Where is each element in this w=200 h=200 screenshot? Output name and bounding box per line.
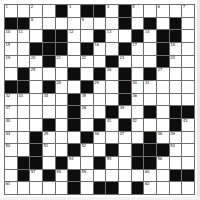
black-cell-r14c14 [170, 170, 182, 182]
white-cell-r13c4[interactable] [43, 157, 55, 169]
white-cell-r8c9[interactable] [106, 94, 118, 106]
black-cell-r13c2 [18, 157, 30, 169]
clue-number: 41 [107, 119, 112, 123]
white-cell-r2c8[interactable] [94, 18, 106, 30]
white-cell-r13c9[interactable]: 55 [106, 157, 118, 169]
clue-number: 22 [82, 56, 87, 60]
black-cell-r3c4 [43, 30, 55, 42]
white-cell-r15c3[interactable] [30, 182, 42, 194]
black-cell-r1c7 [81, 5, 93, 17]
white-cell-r11c15[interactable] [182, 132, 194, 144]
white-cell-r3c2[interactable]: 11 [18, 30, 30, 42]
clue-number: 10 [6, 30, 11, 34]
black-cell-r12c6 [68, 144, 80, 156]
white-cell-r2c4[interactable] [43, 18, 55, 30]
clue-number: 59 [82, 170, 87, 174]
white-cell-r15c2[interactable] [18, 182, 30, 194]
black-cell-r2c12 [144, 18, 156, 30]
clue-number: 25 [31, 68, 36, 72]
white-cell-r4c1[interactable]: 15 [5, 43, 17, 55]
white-cell-r9c10[interactable]: 39 [119, 106, 131, 118]
white-cell-r12c5[interactable] [56, 144, 68, 156]
white-cell-r9c1[interactable]: 37 [5, 106, 17, 118]
white-cell-r4c2[interactable] [18, 43, 30, 55]
white-cell-r6c4[interactable] [43, 68, 55, 80]
white-cell-r5c7[interactable]: 22 [81, 56, 93, 68]
white-cell-r11c4[interactable]: 45 [43, 132, 55, 144]
black-cell-r8c6 [68, 94, 80, 106]
white-cell-r4c15[interactable] [182, 43, 194, 55]
white-cell-r11c5[interactable] [56, 132, 68, 144]
clue-number: 38 [82, 106, 87, 110]
clue-number: 49 [170, 132, 175, 136]
white-cell-r3c1[interactable]: 10 [5, 30, 17, 42]
white-cell-r1c4[interactable] [43, 5, 55, 17]
black-cell-r7c2 [18, 81, 30, 93]
clue-number: 17 [132, 43, 137, 47]
white-cell-r7c9[interactable] [106, 81, 118, 93]
clue-number: 54 [69, 157, 74, 161]
black-cell-r5c13 [157, 56, 169, 68]
black-cell-r15c8 [94, 182, 106, 194]
black-cell-r7c10 [119, 81, 131, 93]
white-cell-r1c12[interactable] [144, 5, 156, 17]
white-cell-r3c12[interactable]: 14 [144, 30, 156, 42]
black-cell-r11c7 [81, 132, 93, 144]
clue-number: 61 [6, 182, 11, 186]
black-cell-r11c3 [30, 132, 42, 144]
white-cell-r5c8[interactable] [94, 56, 106, 68]
white-cell-r9c8[interactable] [94, 106, 106, 118]
white-cell-r6c1[interactable] [5, 68, 17, 80]
clue-number: 40 [6, 119, 11, 123]
white-cell-r1c3[interactable]: 2 [30, 5, 42, 17]
black-cell-r4c7 [81, 43, 93, 55]
clue-number: 55 [107, 157, 112, 161]
crossword-grid: 1234567891011121314151617181920212223242… [4, 4, 195, 195]
clue-number: 62 [145, 182, 150, 186]
black-cell-r9c9 [106, 106, 118, 118]
clue-number: 39 [120, 106, 125, 110]
clue-number: 50 [6, 144, 11, 148]
white-cell-r11c9[interactable] [106, 132, 118, 144]
white-cell-r4c14[interactable]: 18 [170, 43, 182, 55]
white-cell-r12c10[interactable] [119, 144, 131, 156]
black-cell-r14c6 [68, 170, 80, 182]
black-cell-r3c5 [56, 30, 68, 42]
black-cell-r3c11 [132, 30, 144, 42]
white-cell-r6c15[interactable] [182, 68, 194, 80]
white-cell-r11c2[interactable] [18, 132, 30, 144]
white-cell-r3c9[interactable]: 13 [106, 30, 118, 42]
black-cell-r1c8 [94, 5, 106, 17]
clue-number: 32 [6, 94, 11, 98]
clue-number: 35 [82, 94, 87, 98]
white-cell-r14c1[interactable] [5, 170, 17, 182]
white-cell-r7c12[interactable]: 31 [144, 81, 156, 93]
white-cell-r10c3[interactable] [30, 119, 42, 131]
white-cell-r15c15[interactable] [182, 182, 194, 194]
white-cell-r14c10[interactable] [119, 170, 131, 182]
black-cell-r14c15 [182, 170, 194, 182]
black-cell-r4c10 [119, 43, 131, 55]
clue-number: 2 [31, 5, 33, 9]
white-cell-r13c15[interactable] [182, 157, 194, 169]
white-cell-r4c12[interactable] [144, 43, 156, 55]
black-cell-r9c6 [68, 106, 80, 118]
clue-number: 44 [6, 132, 11, 136]
black-cell-r6c10 [119, 68, 131, 80]
white-cell-r5c1[interactable]: 19 [5, 56, 17, 68]
clue-number: 30 [132, 81, 137, 85]
black-cell-r1c5 [56, 5, 68, 17]
black-cell-r2c2 [18, 18, 30, 30]
white-cell-r4c8[interactable]: 16 [94, 43, 106, 55]
white-cell-r11c1[interactable]: 44 [5, 132, 17, 144]
white-cell-r8c14[interactable] [170, 94, 182, 106]
white-cell-r11c10[interactable]: 47 [119, 132, 131, 144]
white-cell-r14c11[interactable] [132, 170, 144, 182]
clue-number: 46 [94, 132, 99, 136]
black-cell-r9c12 [144, 106, 156, 118]
black-cell-r10c8 [94, 119, 106, 131]
white-cell-r12c1[interactable]: 50 [5, 144, 17, 156]
white-cell-r5c3[interactable]: 20 [30, 56, 42, 68]
clue-number: 53 [170, 144, 175, 148]
white-cell-r5c15[interactable] [182, 56, 194, 68]
clue-number: 36 [132, 94, 137, 98]
white-cell-r6c5[interactable] [56, 68, 68, 80]
clue-number: 14 [145, 30, 150, 34]
white-cell-r10c15[interactable]: 43 [182, 119, 194, 131]
white-cell-r6c14[interactable] [170, 68, 182, 80]
clue-number: 23 [120, 56, 125, 60]
black-cell-r4c5 [56, 43, 68, 55]
black-cell-r6c8 [94, 68, 106, 80]
white-cell-r9c2[interactable] [18, 106, 30, 118]
white-cell-r5c2[interactable] [18, 56, 30, 68]
clue-number: 18 [170, 43, 175, 47]
white-cell-r12c7[interactable]: 52 [81, 144, 93, 156]
clue-number: 56 [158, 157, 163, 161]
white-cell-r11c14[interactable]: 49 [170, 132, 182, 144]
clue-number: 28 [56, 81, 61, 85]
white-cell-r14c12[interactable]: 60 [144, 170, 156, 182]
white-cell-r4c9[interactable] [106, 43, 118, 55]
white-cell-r7c5[interactable]: 28 [56, 81, 68, 93]
black-cell-r15c11 [132, 182, 144, 194]
black-cell-r12c9 [106, 144, 118, 156]
white-cell-r5c11[interactable] [132, 56, 144, 68]
clue-number: 1 [6, 5, 8, 9]
white-cell-r8c5[interactable] [56, 94, 68, 106]
white-cell-r14c5[interactable]: 58 [56, 170, 68, 182]
white-cell-r3c10[interactable] [119, 30, 131, 42]
black-cell-r15c6 [68, 182, 80, 194]
black-cell-r10c10 [119, 119, 131, 131]
white-cell-r4c6[interactable] [68, 43, 80, 55]
black-cell-r7c4 [43, 81, 55, 93]
white-cell-r11c6[interactable] [68, 132, 80, 144]
clue-number: 5 [132, 5, 134, 9]
clue-number: 13 [107, 30, 112, 34]
black-cell-r14c2 [18, 170, 30, 182]
white-cell-r2c15[interactable] [182, 18, 194, 30]
black-cell-r10c14 [170, 119, 182, 131]
clue-number: 3 [69, 5, 71, 9]
black-cell-r6c12 [144, 68, 156, 80]
white-cell-r10c11[interactable]: 42 [132, 119, 144, 131]
crossword-page: 1234567891011121314151617181920212223242… [0, 0, 200, 200]
white-cell-r15c13[interactable] [157, 182, 169, 194]
white-cell-r6c7[interactable] [81, 68, 93, 80]
clue-number: 11 [18, 30, 23, 34]
black-cell-r3c13 [157, 30, 169, 42]
black-cell-r2c1 [5, 18, 17, 30]
clue-number: 27 [158, 68, 163, 72]
black-cell-r12c3 [30, 144, 42, 156]
clue-number: 8 [31, 18, 33, 22]
clue-number: 57 [31, 170, 36, 174]
white-cell-r8c2[interactable]: 33 [18, 94, 30, 106]
white-cell-r8c11[interactable]: 36 [132, 94, 144, 106]
black-cell-r10c4 [43, 119, 55, 131]
clue-number: 7 [183, 5, 185, 9]
black-cell-r13c8 [94, 157, 106, 169]
white-cell-r2c3[interactable]: 8 [30, 18, 42, 30]
black-cell-r6c2 [18, 68, 30, 80]
white-cell-r10c2[interactable] [18, 119, 30, 131]
black-cell-r13c3 [30, 157, 42, 169]
white-cell-r9c7[interactable]: 38 [81, 106, 93, 118]
white-cell-r15c12[interactable]: 62 [144, 182, 156, 194]
black-cell-r11c12 [144, 132, 156, 144]
white-cell-r4c11[interactable]: 17 [132, 43, 144, 55]
white-cell-r8c3[interactable] [30, 94, 42, 106]
white-cell-r9c5[interactable] [56, 106, 68, 118]
black-cell-r13c12 [144, 157, 156, 169]
white-cell-r5c6[interactable] [68, 56, 80, 68]
clue-number: 24 [170, 56, 175, 60]
white-cell-r8c13[interactable] [157, 94, 169, 106]
black-cell-r2c10 [119, 18, 131, 30]
white-cell-r7c15[interactable] [182, 81, 194, 93]
white-cell-r12c14[interactable]: 53 [170, 144, 182, 156]
white-cell-r6c11[interactable] [132, 68, 144, 80]
black-cell-r13c5 [56, 157, 68, 169]
white-cell-r7c11[interactable]: 30 [132, 81, 144, 93]
clue-number: 34 [44, 94, 49, 98]
black-cell-r4c4 [43, 43, 55, 55]
white-cell-r14c3[interactable]: 57 [30, 170, 42, 182]
white-cell-r15c7[interactable] [81, 182, 93, 194]
white-cell-r13c7[interactable] [81, 157, 93, 169]
black-cell-r3c8 [94, 30, 106, 42]
white-cell-r8c4[interactable]: 34 [43, 94, 55, 106]
clue-number: 29 [94, 81, 99, 85]
white-cell-r14c7[interactable]: 59 [81, 170, 93, 182]
white-cell-r7c13[interactable] [157, 81, 169, 93]
clue-number: 16 [94, 43, 99, 47]
white-cell-r13c14[interactable] [170, 157, 182, 169]
clue-number: 42 [132, 119, 137, 123]
white-cell-r10c13[interactable] [157, 119, 169, 131]
clue-number: 58 [56, 170, 61, 174]
white-cell-r5c14[interactable]: 24 [170, 56, 182, 68]
black-cell-r5c9 [106, 56, 118, 68]
black-cell-r1c10 [119, 5, 131, 17]
clue-number: 12 [69, 30, 74, 34]
white-cell-r10c9[interactable]: 41 [106, 119, 118, 131]
white-cell-r13c10[interactable] [119, 157, 131, 169]
white-cell-r1c2[interactable] [18, 5, 30, 17]
white-cell-r14c8[interactable] [94, 170, 106, 182]
white-cell-r6c9[interactable]: 26 [106, 68, 118, 80]
white-cell-r15c14[interactable] [170, 182, 182, 194]
white-cell-r1c9[interactable]: 4 [106, 5, 118, 17]
white-cell-r8c12[interactable] [144, 94, 156, 106]
white-cell-r7c14[interactable] [170, 81, 182, 93]
clue-number: 47 [120, 132, 125, 136]
white-cell-r13c6[interactable]: 54 [68, 157, 80, 169]
white-cell-r2c7[interactable]: 9 [81, 18, 93, 30]
clue-number: 20 [31, 56, 36, 60]
white-cell-r10c1[interactable]: 40 [5, 119, 17, 131]
white-cell-r2c5[interactable] [56, 18, 68, 30]
white-cell-r2c6[interactable] [68, 18, 80, 30]
white-cell-r2c13[interactable] [157, 18, 169, 30]
white-cell-r12c4[interactable]: 51 [43, 144, 55, 156]
black-cell-r9c15 [182, 106, 194, 118]
white-cell-r15c1[interactable]: 61 [5, 182, 17, 194]
clue-number: 9 [82, 18, 84, 22]
clue-number: 45 [44, 132, 49, 136]
white-cell-r8c15[interactable] [182, 94, 194, 106]
clue-number: 15 [6, 43, 11, 47]
white-cell-r5c5[interactable]: 21 [56, 56, 68, 68]
black-cell-r3c14 [170, 30, 182, 42]
white-cell-r7c6[interactable] [68, 81, 80, 93]
clue-number: 21 [56, 56, 61, 60]
white-cell-r2c11[interactable] [132, 18, 144, 30]
black-cell-r7c7 [81, 81, 93, 93]
black-cell-r7c1 [5, 81, 17, 93]
black-cell-r5c4 [43, 56, 55, 68]
white-cell-r12c15[interactable] [182, 144, 194, 156]
clue-number: 51 [44, 144, 49, 148]
white-cell-r10c7[interactable] [81, 119, 93, 131]
white-cell-r5c10[interactable]: 23 [119, 56, 131, 68]
black-cell-r15c9 [106, 182, 118, 194]
white-cell-r12c8[interactable] [94, 144, 106, 156]
white-cell-r15c10[interactable] [119, 182, 131, 194]
white-cell-r1c15[interactable]: 7 [182, 5, 194, 17]
page-edge-right [197, 0, 200, 200]
clue-number: 37 [6, 106, 11, 110]
white-cell-r6c13[interactable]: 27 [157, 68, 169, 80]
white-cell-r3c7[interactable] [81, 30, 93, 42]
black-cell-r6c6 [68, 68, 80, 80]
white-cell-r6c3[interactable]: 25 [30, 68, 42, 80]
clue-number: 52 [82, 144, 87, 148]
black-cell-r12c13 [157, 144, 169, 156]
white-cell-r1c14[interactable] [170, 5, 182, 17]
black-cell-r14c4 [43, 170, 55, 182]
white-cell-r2c9[interactable] [106, 18, 118, 30]
black-cell-r12c12 [144, 144, 156, 156]
white-cell-r1c11[interactable]: 5 [132, 5, 144, 17]
white-cell-r11c11[interactable] [132, 132, 144, 144]
white-cell-r12c2[interactable] [18, 144, 30, 156]
white-cell-r1c6[interactable]: 3 [68, 5, 80, 17]
black-cell-r9c14 [170, 106, 182, 118]
black-cell-r4c13 [157, 43, 169, 55]
white-cell-r11c13[interactable]: 48 [157, 132, 169, 144]
white-cell-r9c4[interactable] [43, 106, 55, 118]
white-cell-r10c5[interactable] [56, 119, 68, 131]
white-cell-r13c1[interactable] [5, 157, 17, 169]
white-cell-r11c8[interactable]: 46 [94, 132, 106, 144]
black-cell-r10c6 [68, 119, 80, 131]
white-cell-r3c3[interactable] [30, 30, 42, 42]
white-cell-r7c8[interactable]: 29 [94, 81, 106, 93]
clue-number: 26 [107, 68, 112, 72]
white-cell-r5c12[interactable] [144, 56, 156, 68]
white-cell-r14c9[interactable] [106, 170, 118, 182]
white-cell-r3c6[interactable]: 12 [68, 30, 80, 42]
clue-number: 33 [18, 94, 23, 98]
clue-number: 48 [158, 132, 163, 136]
black-cell-r8c10 [119, 94, 131, 106]
clue-number: 43 [183, 119, 188, 123]
white-cell-r13c13[interactable]: 56 [157, 157, 169, 169]
black-cell-r2c14 [170, 18, 182, 30]
black-cell-r13c11 [132, 157, 144, 169]
clue-number: 60 [145, 170, 150, 174]
clue-number: 19 [6, 56, 11, 60]
page-edge-bottom [0, 197, 200, 200]
black-cell-r4c3 [30, 43, 42, 55]
clue-number: 4 [107, 5, 109, 9]
clue-number: 31 [145, 81, 150, 85]
white-cell-r15c5[interactable] [56, 182, 68, 194]
white-cell-r7c3[interactable] [30, 81, 42, 93]
white-cell-r8c8[interactable] [94, 94, 106, 106]
white-cell-r10c12[interactable] [144, 119, 156, 131]
white-cell-r9c11[interactable] [132, 106, 144, 118]
white-cell-r1c13[interactable]: 6 [157, 5, 169, 17]
black-cell-r12c11 [132, 144, 144, 156]
white-cell-r1c1[interactable]: 1 [5, 5, 17, 17]
white-cell-r3c15[interactable] [182, 30, 194, 42]
white-cell-r8c7[interactable]: 35 [81, 94, 93, 106]
white-cell-r9c13[interactable] [157, 106, 169, 118]
white-cell-r9c3[interactable] [30, 106, 42, 118]
clue-number: 6 [158, 5, 160, 9]
white-cell-r15c4[interactable] [43, 182, 55, 194]
white-cell-r8c1[interactable]: 32 [5, 94, 17, 106]
white-cell-r14c13[interactable] [157, 170, 169, 182]
